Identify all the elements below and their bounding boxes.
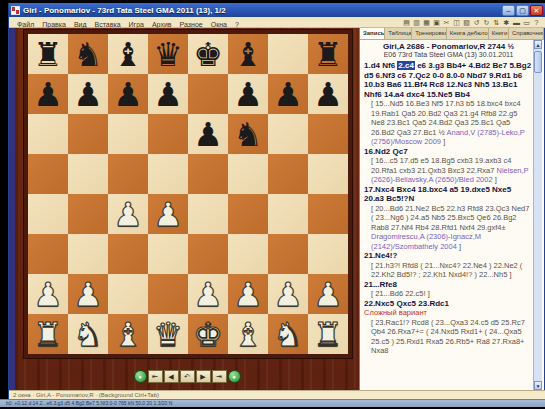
square-e3[interactable] [188,234,228,274]
square-d1[interactable]: ♛ [148,314,188,354]
paste-icon[interactable]: ▧ [462,18,471,27]
redo-icon[interactable]: ↻ [482,18,491,27]
white-king: ♚ [193,318,223,351]
main-line: 1.d4 Nf6 2.c4 e6 3.g3 Bb4+ 4.Bd2 Be7 5.B… [364,61,533,99]
square-a7[interactable]: ♟ [28,74,68,114]
square-b2[interactable]: ♟ [68,274,108,314]
square-h4[interactable] [308,194,348,234]
game-players: Giri,A 2686 - Ponomariov,R 2744 ½ [364,42,533,51]
square-h7[interactable]: ♟ [308,74,348,114]
square-h6[interactable] [308,114,348,154]
tab-запись[interactable]: Запись [360,28,385,39]
white-pawn: ♟ [73,278,103,311]
square-g4[interactable] [268,194,308,234]
board-pane: ♜♞♝♛♚♝♜♟♟♟♟♟♟♟♟♞♟♟♟♟♟♟♟♟♜♞♝♛♚♝♞♜ ●⇤◀↶▶⇥● [9,28,359,390]
black-bishop: ♝ [113,38,143,71]
square-e1[interactable]: ♚ [188,314,228,354]
white-pawn: ♟ [193,278,223,311]
square-c1[interactable]: ♝ [108,314,148,354]
notation-body: Giri,A 2686 - Ponomariov,R 2744 ½ E06 73… [360,40,535,390]
database-icon[interactable]: ▬ [512,18,521,27]
square-h3[interactable] [308,234,348,274]
white-pawn: ♟ [153,198,183,231]
menu-архив[interactable]: Архив [148,21,176,28]
status-bar: 2 окна · Giri,A - Ponomariov,R · (Backgr… [9,390,545,399]
square-f3[interactable] [228,234,268,274]
variation-moves[interactable]: ] [441,137,445,146]
forward-button[interactable]: ▶ [196,370,211,383]
takeback-button[interactable]: ↶ [180,370,195,383]
menu-вид[interactable]: Вид [70,21,91,28]
black-rook: ♜ [313,38,343,71]
move-list: 1.d4 Nf6 2.c4 e6 3.g3 Bb4+ 4.Bd2 Be7 5.B… [364,61,533,356]
white-pawn: ♟ [33,278,63,311]
square-b6[interactable] [68,114,108,154]
back-button[interactable]: ◀ [164,370,179,383]
square-a2[interactable]: ♟ [28,274,68,314]
open-icon[interactable]: ▥ [412,18,421,27]
white-pawn: ♟ [273,278,303,311]
menu-окна[interactable]: Окна [207,21,231,28]
flip-board-icon[interactable]: ⇅ [492,18,501,27]
main-moves[interactable]: 17.Nxc4 Bxc4 18.bxc4 a5 19.dxe5 Nxe5 20.… [364,185,511,204]
variation-line: [ 16...c5 17.d5 e5 18.Bg5 cxb3 19.axb3 c… [364,156,533,185]
square-d2[interactable] [148,274,188,314]
tab-таблица[interactable]: Таблица [385,28,412,39]
minimize-button[interactable]: – [502,5,515,16]
square-e2[interactable]: ♟ [188,274,228,314]
last-move-button[interactable]: ⇥ [212,370,227,383]
variation-line: [ 21...Bd6 22.c5! ] [364,289,533,299]
square-f8[interactable]: ♝ [228,34,268,74]
square-c5[interactable] [108,154,148,194]
square-g1[interactable]: ♞ [268,314,308,354]
book-icon[interactable]: ▭ [522,18,531,27]
square-f6[interactable]: ♞ [228,114,268,154]
main-line: 16.Nd2 Qc7 [364,147,533,157]
tab-справочник[interactable]: Справочник [509,28,544,39]
toolbar: ▤▥▦▣✂◫▧↺↻⇅✱▬▭? [402,18,545,27]
game-event: E06 73rd Tata Steel GMA (13) 30.01.2011 [364,51,533,58]
variation-line: [ 20...Bd6 21.Ne2 Bc5 22.h3 Rfd8 23.Qc3 … [364,204,533,252]
annotation-text: Сложный вариант [364,308,427,317]
tab-книга дебютов[interactable]: Книга дебютов [447,28,489,39]
main-moves[interactable]: 22.Nxc5 Qxc5 23.Rdc1 [364,299,449,308]
current-move[interactable]: 2.c4 [397,61,415,70]
autoplay-button[interactable]: ● [228,370,241,383]
scrollbar-thumb[interactable] [534,51,542,73]
black-pawn: ♟ [33,78,63,111]
square-h1[interactable]: ♜ [308,314,348,354]
square-a4[interactable] [28,194,68,234]
main-line: Сложный вариант [364,308,533,318]
black-bishop: ♝ [233,38,263,71]
scroll-up-icon[interactable]: ▲ [534,40,542,49]
help-icon[interactable]: ? [532,18,541,27]
square-d3[interactable] [148,234,188,274]
square-e7[interactable] [188,74,228,114]
square-h8[interactable]: ♜ [308,34,348,74]
tab-тренировка[interactable]: Тренировка [412,28,447,39]
black-pawn: ♟ [273,78,303,111]
square-a1[interactable]: ♜ [28,314,68,354]
main-line: 17.Nxc4 Bxc4 18.bxc4 a5 19.dxe5 Nxe5 20.… [364,185,533,204]
square-f2[interactable]: ♟ [228,274,268,314]
square-b7[interactable]: ♟ [68,74,108,114]
white-pawn: ♟ [113,198,143,231]
engine-analysis-bar: b0: +0.12 d:14 2...e6 3.g3 d5 4.Bg2 Be7 … [0,399,545,407]
square-c4[interactable]: ♟ [108,194,148,234]
square-b8[interactable]: ♞ [68,34,108,74]
square-c3[interactable] [108,234,148,274]
square-b3[interactable] [68,234,108,274]
menu-?[interactable]: ? [231,21,243,28]
black-pawn: ♟ [193,118,223,151]
white-pawn: ♟ [233,278,263,311]
black-king: ♚ [193,38,223,71]
square-g5[interactable] [268,154,308,194]
white-knight: ♞ [273,318,303,351]
variation-moves[interactable]: [ 20...Bd6 21.Ne2 Bc5 22.h3 Rfd8 23.Qc3 … [371,204,529,232]
square-b5[interactable] [68,154,108,194]
variation-moves[interactable]: ] [457,242,461,251]
menu-bar: ФайлПравкаВидВставкаИграАрхивРазноеОкна?… [9,17,545,28]
square-d7[interactable]: ♟ [148,74,188,114]
square-g3[interactable] [268,234,308,274]
square-e8[interactable]: ♚ [188,34,228,74]
engine-icon[interactable]: ✱ [502,18,511,27]
main-moves[interactable]: 21...Rfe8 [364,280,397,289]
game-reference[interactable]: Dragomirescu,A (2306)-Ignacz,M (2142)/Sz… [371,232,481,251]
black-pawn: ♟ [313,78,343,111]
new-game-icon[interactable]: ▤ [402,18,411,27]
first-move-button[interactable]: ⇤ [148,370,163,383]
scroll-down-icon[interactable]: ▼ [534,381,542,390]
black-pawn: ♟ [233,78,263,111]
square-c8[interactable]: ♝ [108,34,148,74]
black-pawn: ♟ [113,78,143,111]
menu-разное[interactable]: Разное [176,21,207,28]
square-c6[interactable] [108,114,148,154]
square-a5[interactable] [28,154,68,194]
square-d8[interactable]: ♛ [148,34,188,74]
white-knight: ♞ [73,318,103,351]
variation-line: [ 23.Rac1!? Rcd8 ( 23...Qxa3 24.c5 d5 25… [364,318,533,356]
square-d6[interactable] [148,114,188,154]
square-f4[interactable] [228,194,268,234]
square-g6[interactable] [268,114,308,154]
square-a6[interactable] [28,114,68,154]
move-navigation-toolbar: ●⇤◀↶▶⇥● [15,368,359,384]
white-rook: ♜ [33,318,63,351]
square-c2[interactable] [108,274,148,314]
white-rook: ♜ [313,318,343,351]
square-f5[interactable] [228,154,268,194]
square-c7[interactable]: ♟ [108,74,148,114]
square-a8[interactable]: ♜ [28,34,68,74]
variation-moves[interactable]: [ 23.Rac1!? Rcd8 ( 23...Qxa3 24.c5 d5 25… [371,318,525,356]
maximize-button[interactable]: ▢ [516,5,529,16]
square-h5[interactable] [308,154,348,194]
menu-файл[interactable]: Файл [13,21,38,28]
black-pawn: ♟ [153,78,183,111]
menu-правка[interactable]: Правка [38,21,70,28]
print-icon[interactable]: ▣ [432,18,441,27]
square-g2[interactable]: ♟ [268,274,308,314]
square-g8[interactable] [268,34,308,74]
tab-книги[interactable]: Книги [489,28,509,39]
main-line: 21.Ne4!? [364,251,533,261]
cut-icon[interactable]: ✂ [442,18,451,27]
copy-icon[interactable]: ◫ [452,18,461,27]
panel-tabs: ЗаписьТаблицаТренировкаКнига дебютовКниг… [360,28,544,40]
square-e4[interactable] [188,194,228,234]
main-line: 21...Rfe8 [364,280,533,290]
variation-line: [ 21.h3?! Rfd8 ( 21...Nxc4? 22.Ne4 ) 22.… [364,261,533,280]
variation-moves[interactable]: [ 21...Bd6 22.c5! ] [371,289,430,298]
variation-moves[interactable]: [ 16...c5 17.d5 e5 18.Bg5 cxb3 19.axb3 c… [371,156,512,175]
black-rook: ♜ [33,38,63,71]
white-bishop: ♝ [113,318,143,351]
variation-line: [ 15...Nd5 16.Be3 Nf5 17.h3 b5 18.bxc4 b… [364,99,533,147]
variation-moves[interactable]: [ 21.h3?! Rfd8 ( 21...Nxc4? 22.Ne4 ) 22.… [371,261,522,280]
black-knight: ♞ [233,118,263,151]
square-e6[interactable]: ♟ [188,114,228,154]
undo-icon[interactable]: ↺ [472,18,481,27]
black-pawn: ♟ [73,78,103,111]
variation-moves[interactable]: ] [493,175,497,184]
menu-вставка[interactable]: Вставка [91,21,125,28]
main-line: 22.Nxc5 Qxc5 23.Rdc1 [364,299,533,309]
square-h2[interactable]: ♟ [308,274,348,314]
main-moves[interactable]: 16.Nd2 Qc7 [364,147,408,156]
white-pawn: ♟ [313,278,343,311]
square-b1[interactable]: ♞ [68,314,108,354]
notation-panel: ЗаписьТаблицаТренировкаКнига дебютовКниг… [359,28,545,390]
square-d5[interactable] [148,154,188,194]
menu-игра[interactable]: Игра [125,21,148,28]
square-b4[interactable] [68,194,108,234]
white-bishop: ♝ [233,318,263,351]
chess-board: ♜♞♝♛♚♝♜♟♟♟♟♟♟♟♟♞♟♟♟♟♟♟♟♟♜♞♝♛♚♝♞♜ [24,30,352,358]
square-e5[interactable] [188,154,228,194]
save-icon[interactable]: ▦ [422,18,431,27]
white-queen: ♛ [153,318,183,351]
square-f1[interactable]: ♝ [228,314,268,354]
chess-program-window: Giri - Ponomariov - 73rd Tata Steel GMA … [8,3,545,399]
square-d4[interactable]: ♟ [148,194,188,234]
square-g7[interactable]: ♟ [268,74,308,114]
square-f7[interactable]: ♟ [228,74,268,114]
autoplay-back-button[interactable]: ● [134,370,147,383]
black-queen: ♛ [153,38,183,71]
square-a3[interactable] [28,234,68,274]
close-button[interactable]: ✕ [530,5,543,16]
black-knight: ♞ [73,38,103,71]
main-moves[interactable]: 1.d4 Nf6 [364,61,397,70]
notation-scrollbar[interactable]: ▲ ▼ [533,40,542,390]
main-moves[interactable]: 21.Ne4!? [364,251,397,260]
